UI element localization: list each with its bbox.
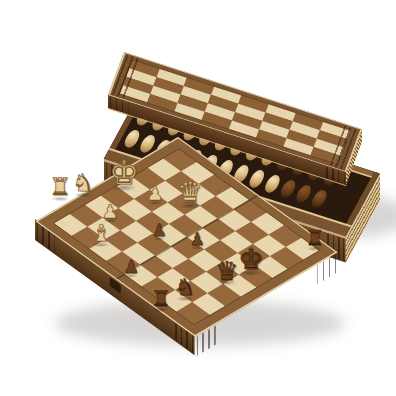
piece-black-knight-g1[interactable]: ♞ — [175, 276, 196, 299]
piece-white-knight-a2[interactable]: ♞ — [72, 171, 94, 195]
piece-white-queen-c6[interactable]: ♛ — [177, 179, 202, 207]
stored-piece-dark — [309, 189, 329, 210]
piece-white-king-a4[interactable]: ♚ — [109, 156, 139, 189]
product-photo-stage: ♜♞♚♝♟♟♛♟♟♛♚♟♜♞♜ — [0, 0, 396, 396]
piece-white-rook-a1[interactable]: ♜ — [49, 175, 71, 199]
piece-black-king-h5[interactable]: ♚ — [238, 245, 264, 274]
piece-white-pawn-b5[interactable]: ♟ — [146, 184, 163, 203]
piece-black-queen-g4[interactable]: ♛ — [215, 258, 238, 284]
piece-black-rook-h8[interactable]: ♜ — [306, 228, 325, 249]
piece-black-pawn-e3[interactable]: ♟ — [151, 222, 166, 239]
piece-black-rook-f1[interactable]: ♜ — [151, 288, 171, 310]
piece-white-pawn-c2[interactable]: ♟ — [101, 202, 118, 221]
piece-white-bishop-c1[interactable]: ♝ — [91, 222, 112, 245]
piece-black-pawn-f4[interactable]: ♟ — [189, 231, 204, 248]
piece-black-pawn-e1[interactable]: ♟ — [123, 258, 139, 276]
